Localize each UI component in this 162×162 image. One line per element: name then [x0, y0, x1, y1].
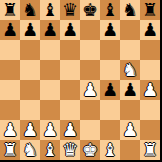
square-f4[interactable]: ♟	[100, 80, 120, 100]
square-g5[interactable]: ♞	[120, 60, 140, 80]
square-f2[interactable]	[100, 120, 120, 140]
square-c4[interactable]	[40, 80, 60, 100]
square-a3[interactable]	[0, 100, 20, 120]
square-e5[interactable]	[80, 60, 100, 80]
square-d8[interactable]: ♛	[60, 0, 80, 20]
square-c7[interactable]: ♟	[40, 20, 60, 40]
piece-white-pawn[interactable]: ♟	[42, 120, 58, 140]
square-g7[interactable]	[120, 20, 140, 40]
square-b3[interactable]	[20, 100, 40, 120]
square-c8[interactable]: ♝	[40, 0, 60, 20]
square-f6[interactable]	[100, 40, 120, 60]
square-c1[interactable]: ♝	[40, 140, 60, 160]
chessboard-frame: ♜♞♝♛♚♝♞♜♟♟♟♟♟♟♞♟♟♟♟♟♟♟♟♟♜♞♝♛♚♝♜	[0, 0, 162, 162]
square-c2[interactable]: ♟	[40, 120, 60, 140]
square-b7[interactable]: ♟	[20, 20, 40, 40]
square-b8[interactable]: ♞	[20, 0, 40, 20]
square-e8[interactable]: ♚	[80, 0, 100, 20]
piece-black-pawn[interactable]: ♟	[62, 20, 78, 40]
piece-white-pawn[interactable]: ♟	[142, 80, 158, 100]
piece-black-bishop[interactable]: ♝	[42, 0, 58, 20]
square-e4[interactable]: ♟	[80, 80, 100, 100]
square-e3[interactable]	[80, 100, 100, 120]
piece-white-knight[interactable]: ♞	[22, 140, 38, 160]
square-a7[interactable]: ♟	[0, 20, 20, 40]
square-h7[interactable]: ♟	[140, 20, 160, 40]
square-b6[interactable]	[20, 40, 40, 60]
piece-white-knight[interactable]: ♞	[122, 60, 138, 80]
square-e6[interactable]	[80, 40, 100, 60]
piece-black-bishop[interactable]: ♝	[102, 0, 118, 20]
square-a6[interactable]	[0, 40, 20, 60]
square-c3[interactable]	[40, 100, 60, 120]
piece-white-pawn[interactable]: ♟	[62, 120, 78, 140]
piece-white-pawn[interactable]: ♟	[2, 120, 18, 140]
chessboard: ♜♞♝♛♚♝♞♜♟♟♟♟♟♟♞♟♟♟♟♟♟♟♟♟♜♞♝♛♚♝♜	[0, 0, 160, 160]
piece-black-king[interactable]: ♚	[82, 0, 98, 20]
square-h5[interactable]	[140, 60, 160, 80]
square-b2[interactable]: ♟	[20, 120, 40, 140]
square-h6[interactable]	[140, 40, 160, 60]
piece-white-queen[interactable]: ♛	[62, 140, 78, 160]
square-h2[interactable]	[140, 120, 160, 140]
piece-black-pawn[interactable]: ♟	[22, 20, 38, 40]
piece-white-bishop[interactable]: ♝	[42, 140, 58, 160]
square-h3[interactable]	[140, 100, 160, 120]
square-b1[interactable]: ♞	[20, 140, 40, 160]
square-f7[interactable]: ♟	[100, 20, 120, 40]
piece-white-pawn[interactable]: ♟	[122, 120, 138, 140]
square-a4[interactable]	[0, 80, 20, 100]
square-d1[interactable]: ♛	[60, 140, 80, 160]
square-f8[interactable]: ♝	[100, 0, 120, 20]
square-a8[interactable]: ♜	[0, 0, 20, 20]
piece-black-rook[interactable]: ♜	[2, 0, 18, 20]
piece-black-pawn[interactable]: ♟	[122, 80, 138, 100]
square-b4[interactable]	[20, 80, 40, 100]
piece-white-rook[interactable]: ♜	[142, 140, 158, 160]
piece-black-pawn[interactable]: ♟	[42, 20, 58, 40]
piece-white-rook[interactable]: ♜	[2, 140, 18, 160]
piece-black-knight[interactable]: ♞	[22, 0, 38, 20]
square-f3[interactable]	[100, 100, 120, 120]
square-h8[interactable]: ♜	[140, 0, 160, 20]
square-e7[interactable]	[80, 20, 100, 40]
square-a1[interactable]: ♜	[0, 140, 20, 160]
square-g1[interactable]	[120, 140, 140, 160]
square-d2[interactable]: ♟	[60, 120, 80, 140]
square-c5[interactable]	[40, 60, 60, 80]
square-d4[interactable]	[60, 80, 80, 100]
square-a5[interactable]	[0, 60, 20, 80]
square-b5[interactable]	[20, 60, 40, 80]
piece-black-knight[interactable]: ♞	[122, 0, 138, 20]
square-g3[interactable]	[120, 100, 140, 120]
square-h4[interactable]: ♟	[140, 80, 160, 100]
square-g6[interactable]	[120, 40, 140, 60]
square-g4[interactable]: ♟	[120, 80, 140, 100]
square-h1[interactable]: ♜	[140, 140, 160, 160]
square-d6[interactable]	[60, 40, 80, 60]
piece-white-bishop[interactable]: ♝	[102, 140, 118, 160]
piece-black-pawn[interactable]: ♟	[142, 20, 158, 40]
square-a2[interactable]: ♟	[0, 120, 20, 140]
square-f1[interactable]: ♝	[100, 140, 120, 160]
piece-white-king[interactable]: ♚	[82, 140, 98, 160]
square-f5[interactable]	[100, 60, 120, 80]
square-e1[interactable]: ♚	[80, 140, 100, 160]
piece-black-pawn[interactable]: ♟	[102, 80, 118, 100]
piece-black-pawn[interactable]: ♟	[2, 20, 18, 40]
piece-white-pawn[interactable]: ♟	[82, 80, 98, 100]
square-c6[interactable]	[40, 40, 60, 60]
square-e2[interactable]	[80, 120, 100, 140]
square-g8[interactable]: ♞	[120, 0, 140, 20]
piece-black-pawn[interactable]: ♟	[102, 20, 118, 40]
piece-black-rook[interactable]: ♜	[142, 0, 158, 20]
piece-black-queen[interactable]: ♛	[62, 0, 78, 20]
square-d7[interactable]: ♟	[60, 20, 80, 40]
square-d5[interactable]	[60, 60, 80, 80]
square-d3[interactable]	[60, 100, 80, 120]
piece-white-pawn[interactable]: ♟	[22, 120, 38, 140]
square-g2[interactable]: ♟	[120, 120, 140, 140]
